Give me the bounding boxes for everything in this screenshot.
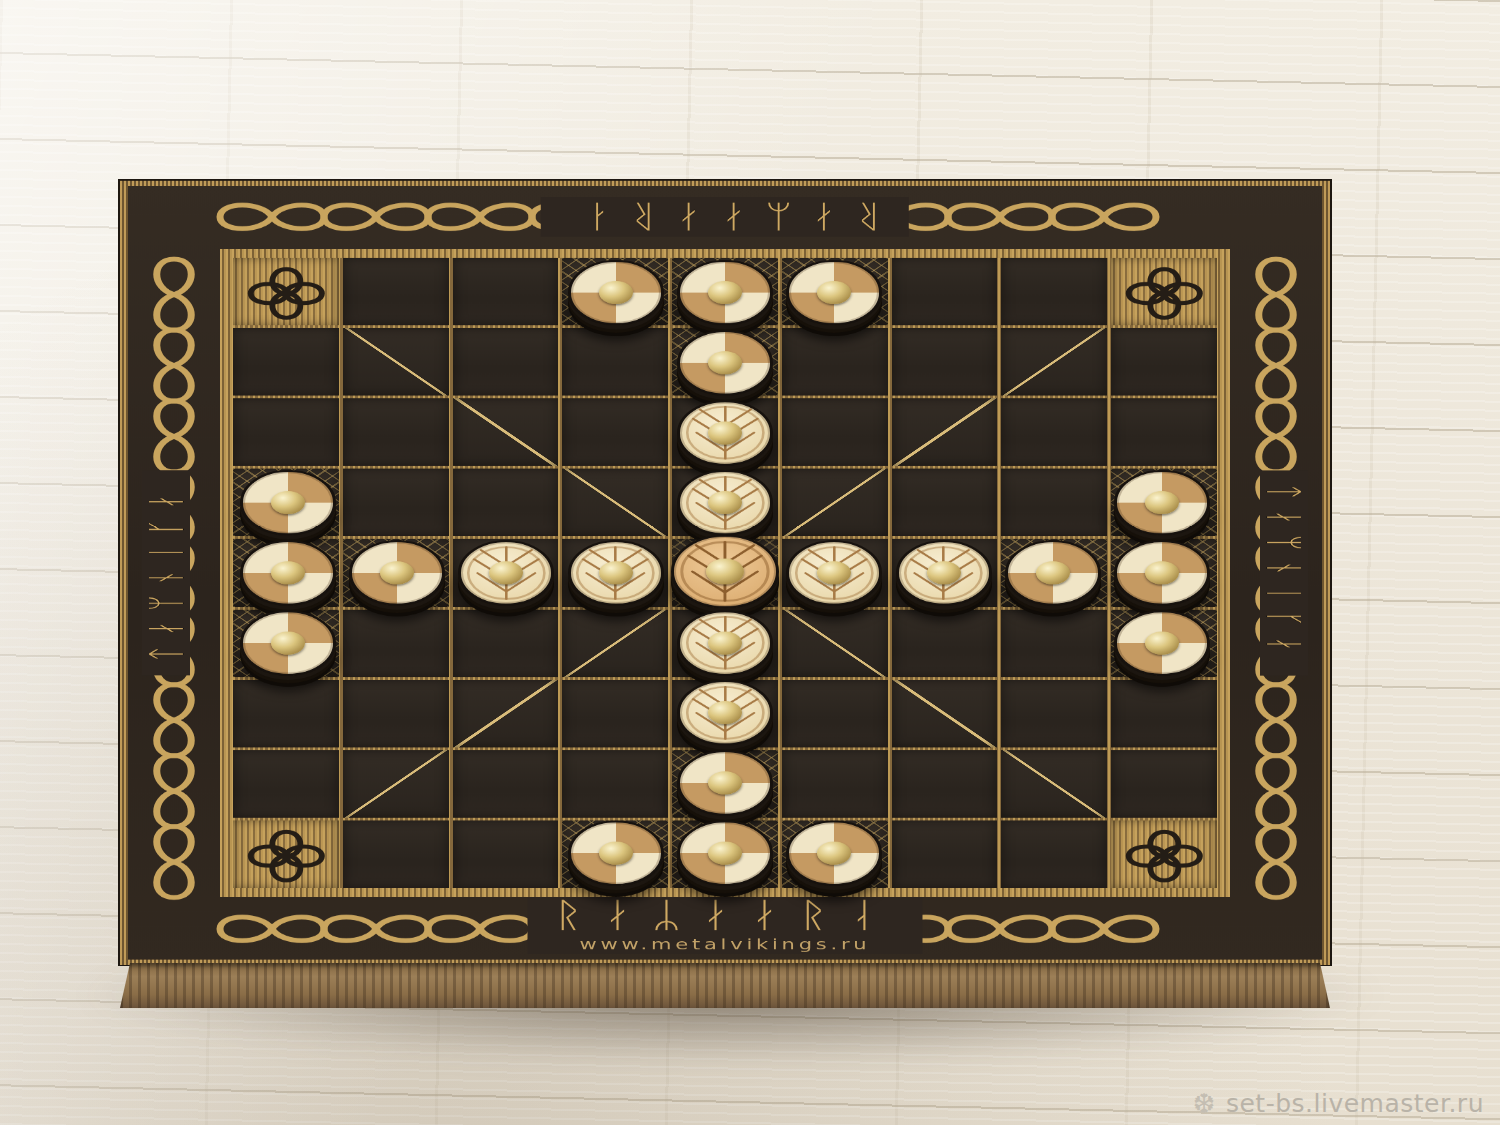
brass-boss — [599, 841, 633, 864]
brass-boss — [708, 841, 742, 864]
hatched-inner-band — [220, 249, 1230, 897]
brass-boss — [817, 841, 851, 864]
board-front-edge — [120, 963, 1330, 1008]
watermark-text: set-bs.livemaster.ru — [1226, 1089, 1484, 1118]
brass-boss — [708, 281, 742, 304]
cell-i9[interactable] — [1111, 820, 1217, 888]
play-area — [233, 258, 1217, 888]
snowflake-icon: ❆ — [1193, 1088, 1216, 1119]
cell-a9[interactable] — [233, 820, 339, 888]
bottom-inscription-block: ᚱᛅᛦᛅᛅᚱᛆ www.metalvikings.ru — [528, 894, 923, 954]
brass-boss — [708, 351, 742, 374]
maker-website-text: www.metalvikings.ru — [554, 936, 897, 952]
photo-scene: ᚱᛅᛦᛅᛅᚱᛆ ᛏᛅᛘᚾᛁᚴᛅ ᛏᛅᛘᚾᛁᚴᛅ ᚱᛅᛦᛅᛅᚱᛆ www.meta… — [0, 0, 1500, 1125]
watermark: ❆ set-bs.livemaster.ru — [1193, 1088, 1484, 1119]
